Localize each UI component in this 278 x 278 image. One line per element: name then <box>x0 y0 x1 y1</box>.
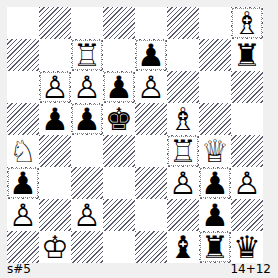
stipulation-label: s#5 <box>7 262 31 277</box>
white-rook-c7: ♖ <box>72 40 102 70</box>
square-g5 <box>199 103 231 135</box>
square-d6: ♟ <box>103 71 135 103</box>
square-a8 <box>7 7 39 39</box>
square-h6 <box>231 71 263 103</box>
square-b4 <box>39 135 71 167</box>
square-e2 <box>135 199 167 231</box>
white-king-b1: ♔ <box>39 231 71 263</box>
square-c6: ♙ <box>71 71 103 103</box>
white-pawn-e6: ♙ <box>135 71 167 103</box>
black-pawn-e7: ♟ <box>136 40 166 70</box>
square-g8 <box>199 7 231 39</box>
black-pawn-b5: ♟ <box>39 103 71 135</box>
square-f8 <box>167 7 199 39</box>
white-bishop-f5: ♗ <box>167 103 199 135</box>
square-b7 <box>39 39 71 71</box>
square-b2 <box>39 199 71 231</box>
square-b6: ♙ <box>39 71 71 103</box>
black-pawn-d6: ♟ <box>104 72 134 102</box>
white-pawn-a2: ♙ <box>7 199 39 231</box>
square-a5 <box>7 103 39 135</box>
piece-count-label: 14+12 <box>230 262 271 277</box>
black-pawn-a3: ♟ <box>8 168 38 198</box>
square-h8: ♗ <box>231 7 263 39</box>
square-c5: ♟ <box>71 103 103 135</box>
square-h5 <box>231 103 263 135</box>
square-f3: ♙ <box>167 167 199 199</box>
white-pawn-h3: ♙ <box>231 167 263 199</box>
chess-board: ♗♖♟♜♙♙♟♙♟♟♚♗♘♖♕♟♙♟♙♙♙♟♔♝♜♛ <box>7 7 263 263</box>
square-f2 <box>167 199 199 231</box>
square-a4: ♘ <box>7 135 39 167</box>
white-knight-a4: ♘ <box>7 135 39 167</box>
square-e8 <box>135 7 167 39</box>
white-rook-f4: ♖ <box>168 136 198 166</box>
square-f6 <box>167 71 199 103</box>
black-queen-h1: ♛ <box>231 231 263 263</box>
square-d1 <box>103 231 135 263</box>
black-pawn-g3: ♟ <box>200 168 230 198</box>
square-e4 <box>135 135 167 167</box>
square-b8 <box>39 7 71 39</box>
square-e5 <box>135 103 167 135</box>
square-c1 <box>71 231 103 263</box>
square-a1 <box>7 231 39 263</box>
square-b5: ♟ <box>39 103 71 135</box>
square-g4: ♕ <box>199 135 231 167</box>
square-e3 <box>135 167 167 199</box>
white-pawn-b6: ♙ <box>40 72 70 102</box>
square-a2: ♙ <box>7 199 39 231</box>
square-d7 <box>103 39 135 71</box>
square-f4: ♖ <box>167 135 199 167</box>
square-a7 <box>7 39 39 71</box>
square-f1: ♝ <box>167 231 199 263</box>
square-a6 <box>7 71 39 103</box>
square-d5: ♚ <box>103 103 135 135</box>
white-pawn-f3: ♙ <box>167 167 199 199</box>
square-e1 <box>135 231 167 263</box>
square-g1: ♜ <box>199 231 231 263</box>
square-g7 <box>199 39 231 71</box>
square-c3 <box>71 167 103 199</box>
square-c7: ♖ <box>71 39 103 71</box>
white-queen-g4: ♕ <box>199 135 231 167</box>
square-h1: ♛ <box>231 231 263 263</box>
square-d8 <box>103 7 135 39</box>
white-pawn-c2: ♙ <box>71 199 103 231</box>
square-b3 <box>39 167 71 199</box>
black-pawn-c5: ♟ <box>72 104 102 134</box>
square-d3 <box>103 167 135 199</box>
square-e7: ♟ <box>135 39 167 71</box>
square-e6: ♙ <box>135 71 167 103</box>
square-c4 <box>71 135 103 167</box>
square-g3: ♟ <box>199 167 231 199</box>
black-pawn-g2: ♟ <box>199 199 231 231</box>
square-f7 <box>167 39 199 71</box>
square-b1: ♔ <box>39 231 71 263</box>
chess-problem-diagram: ♗♖♟♜♙♙♟♙♟♟♚♗♘♖♕♟♙♟♙♙♙♟♔♝♜♛ s#5 14+12 <box>0 0 278 278</box>
square-g6 <box>199 71 231 103</box>
black-rook-h7: ♜ <box>231 39 263 71</box>
square-g2: ♟ <box>199 199 231 231</box>
square-d4 <box>103 135 135 167</box>
square-c2: ♙ <box>71 199 103 231</box>
square-d2 <box>103 199 135 231</box>
white-pawn-c6: ♙ <box>71 71 103 103</box>
square-a3: ♟ <box>7 167 39 199</box>
black-bishop-f1: ♝ <box>167 231 199 263</box>
square-h3: ♙ <box>231 167 263 199</box>
square-h4 <box>231 135 263 167</box>
black-king-d5: ♚ <box>103 103 135 135</box>
white-bishop-h8: ♗ <box>232 8 262 38</box>
square-h7: ♜ <box>231 39 263 71</box>
black-rook-g1: ♜ <box>200 232 230 262</box>
diagram-caption: s#5 14+12 <box>7 262 271 277</box>
square-f5: ♗ <box>167 103 199 135</box>
square-h2 <box>231 199 263 231</box>
square-c8 <box>71 7 103 39</box>
